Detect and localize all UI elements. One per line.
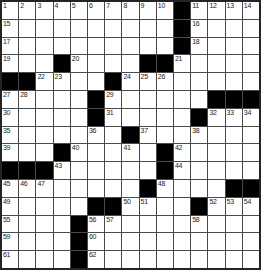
crossword-cell[interactable]: 35	[2, 127, 18, 144]
crossword-cell[interactable]	[71, 198, 87, 215]
crossword-cell[interactable]	[19, 144, 35, 161]
crossword-cell[interactable]	[226, 233, 242, 250]
crossword-cell[interactable]	[208, 38, 224, 55]
crossword-cell[interactable]: 48	[157, 180, 173, 197]
clue-number: 22	[37, 73, 44, 81]
crossword-cell[interactable]	[36, 38, 52, 55]
clue-number: 24	[123, 73, 130, 81]
black-square	[226, 91, 242, 108]
clue-number: 44	[175, 162, 182, 170]
crossword-cell[interactable]	[208, 20, 224, 37]
crossword-cell[interactable]: 16	[191, 20, 207, 37]
crossword-cell[interactable]	[191, 73, 207, 90]
crossword-cell[interactable]	[19, 216, 35, 233]
black-square	[2, 73, 18, 90]
crossword-cell[interactable]	[208, 233, 224, 250]
crossword-cell[interactable]	[226, 251, 242, 268]
crossword-cell[interactable]	[105, 20, 121, 37]
crossword-cell[interactable]	[243, 216, 259, 233]
crossword-cell[interactable]	[88, 73, 104, 90]
crossword-cell[interactable]: 25	[140, 73, 156, 90]
clue-number: 6	[89, 2, 93, 10]
crossword-cell[interactable]: 43	[54, 162, 70, 179]
crossword-cell[interactable]	[71, 91, 87, 108]
crossword-cell[interactable]	[226, 162, 242, 179]
crossword-cell[interactable]	[105, 127, 121, 144]
crossword-cell[interactable]	[54, 91, 70, 108]
crossword-cell[interactable]: 62	[88, 251, 104, 268]
clue-number: 27	[3, 91, 10, 99]
crossword-cell[interactable]: 4	[54, 2, 70, 19]
crossword-cell[interactable]	[174, 233, 190, 250]
crossword-cell[interactable]: 13	[226, 2, 242, 19]
crossword-cell[interactable]: 21	[174, 55, 190, 72]
crossword-cell[interactable]	[243, 38, 259, 55]
crossword-cell[interactable]	[208, 73, 224, 90]
crossword-cell[interactable]	[54, 127, 70, 144]
black-square	[191, 109, 207, 126]
crossword-cell[interactable]	[19, 198, 35, 215]
crossword-cell[interactable]	[226, 55, 242, 72]
crossword-cell[interactable]: 47	[36, 180, 52, 197]
crossword-cell[interactable]: 38	[191, 127, 207, 144]
clue-number: 54	[244, 198, 251, 206]
black-square	[19, 73, 35, 90]
crossword-cell[interactable]: 34	[243, 109, 259, 126]
black-square	[140, 180, 156, 197]
clue-number: 57	[106, 216, 113, 224]
crossword-puzzle: 1234567891011121314151617181920212223242…	[0, 0, 261, 270]
crossword-cell[interactable]	[174, 127, 190, 144]
clue-number: 33	[227, 109, 234, 117]
crossword-cell[interactable]	[174, 73, 190, 90]
crossword-cell[interactable]: 26	[157, 73, 173, 90]
crossword-cell[interactable]	[71, 162, 87, 179]
crossword-cell[interactable]: 15	[2, 20, 18, 37]
crossword-cell[interactable]	[122, 109, 138, 126]
crossword-cell[interactable]	[105, 162, 121, 179]
crossword-cell[interactable]	[208, 55, 224, 72]
clue-number: 60	[89, 233, 96, 241]
black-square	[243, 180, 259, 197]
clue-number: 56	[89, 216, 96, 224]
black-square	[174, 2, 190, 19]
crossword-cell[interactable]	[36, 20, 52, 37]
crossword-cell[interactable]	[54, 216, 70, 233]
crossword-cell[interactable]: 7	[105, 2, 121, 19]
clue-number: 9	[141, 2, 145, 10]
crossword-cell[interactable]	[54, 109, 70, 126]
crossword-cell[interactable]: 42	[174, 144, 190, 161]
crossword-cell[interactable]: 56	[88, 216, 104, 233]
clue-number: 15	[3, 20, 10, 28]
crossword-cell[interactable]: 52	[208, 198, 224, 215]
black-square	[157, 144, 173, 161]
crossword-cell[interactable]: 37	[140, 127, 156, 144]
crossword-cell[interactable]	[54, 20, 70, 37]
clue-number: 10	[158, 2, 165, 10]
crossword-cell[interactable]: 32	[208, 109, 224, 126]
black-square	[19, 162, 35, 179]
crossword-cell[interactable]: 45	[2, 180, 18, 197]
crossword-cell[interactable]	[208, 127, 224, 144]
crossword-cell[interactable]: 36	[88, 127, 104, 144]
clue-number: 4	[55, 2, 59, 10]
crossword-cell[interactable]	[122, 38, 138, 55]
crossword-cell[interactable]	[174, 91, 190, 108]
black-square	[174, 20, 190, 37]
clue-number: 21	[175, 55, 182, 63]
crossword-cell[interactable]	[105, 55, 121, 72]
crossword-cell[interactable]	[19, 38, 35, 55]
crossword-cell[interactable]	[140, 109, 156, 126]
black-square	[88, 91, 104, 108]
crossword-cell[interactable]: 3	[36, 2, 52, 19]
crossword-cell[interactable]	[36, 198, 52, 215]
clue-number: 13	[227, 2, 234, 10]
clue-number: 30	[3, 109, 10, 117]
crossword-cell[interactable]: 18	[191, 38, 207, 55]
crossword-cell[interactable]	[71, 73, 87, 90]
clue-number: 48	[158, 180, 165, 188]
crossword-cell[interactable]	[191, 55, 207, 72]
black-square	[71, 216, 87, 233]
crossword-cell[interactable]	[36, 216, 52, 233]
crossword-cell[interactable]	[122, 91, 138, 108]
crossword-cell[interactable]	[105, 180, 121, 197]
crossword-cell[interactable]: 58	[191, 216, 207, 233]
clue-number: 35	[3, 127, 10, 135]
crossword-cell[interactable]	[54, 198, 70, 215]
crossword-cell[interactable]	[36, 109, 52, 126]
crossword-cell[interactable]	[36, 233, 52, 250]
clue-number: 16	[192, 20, 199, 28]
crossword-cell[interactable]: 59	[2, 233, 18, 250]
clue-number: 46	[20, 180, 27, 188]
crossword-cell[interactable]	[36, 144, 52, 161]
crossword-cell[interactable]	[36, 55, 52, 72]
crossword-cell[interactable]	[88, 144, 104, 161]
crossword-cell[interactable]: 6	[88, 2, 104, 19]
crossword-cell[interactable]	[174, 180, 190, 197]
clue-number: 8	[123, 2, 127, 10]
crossword-cell[interactable]	[140, 233, 156, 250]
clue-number: 18	[192, 38, 199, 46]
clue-number: 59	[3, 233, 10, 241]
clue-number: 40	[72, 144, 79, 152]
clue-number: 45	[3, 180, 10, 188]
crossword-cell[interactable]	[54, 251, 70, 268]
crossword-cell[interactable]: 54	[243, 198, 259, 215]
crossword-cell[interactable]	[140, 162, 156, 179]
clue-number: 23	[55, 73, 62, 81]
black-square	[157, 162, 173, 179]
crossword-cell[interactable]	[157, 20, 173, 37]
black-square	[71, 233, 87, 250]
clue-number: 12	[209, 2, 216, 10]
crossword-cell[interactable]	[19, 20, 35, 37]
crossword-cell[interactable]	[36, 127, 52, 144]
crossword-cell[interactable]	[88, 162, 104, 179]
crossword-cell[interactable]: 40	[71, 144, 87, 161]
crossword-cell[interactable]	[71, 38, 87, 55]
crossword-cell[interactable]: 19	[2, 55, 18, 72]
crossword-cell[interactable]	[208, 180, 224, 197]
crossword-cell[interactable]: 44	[174, 162, 190, 179]
black-square	[88, 198, 104, 215]
clue-number: 1	[3, 2, 7, 10]
crossword-cell[interactable]	[71, 109, 87, 126]
black-square	[88, 109, 104, 126]
crossword-cell[interactable]	[140, 91, 156, 108]
clue-number: 49	[3, 198, 10, 206]
clue-number: 62	[89, 251, 96, 259]
crossword-cell[interactable]: 14	[243, 2, 259, 19]
black-square	[243, 91, 259, 108]
crossword-cell[interactable]	[243, 233, 259, 250]
clue-number: 2	[20, 2, 24, 10]
clue-number: 43	[55, 162, 62, 170]
crossword-cell[interactable]	[71, 180, 87, 197]
black-square	[54, 55, 70, 72]
crossword-cell[interactable]	[19, 55, 35, 72]
crossword-cell[interactable]	[174, 109, 190, 126]
crossword-cell[interactable]	[243, 55, 259, 72]
crossword-cell[interactable]	[226, 144, 242, 161]
crossword-cell[interactable]	[122, 251, 138, 268]
clue-number: 31	[106, 109, 113, 117]
crossword-cell[interactable]	[122, 233, 138, 250]
crossword-cell[interactable]	[208, 144, 224, 161]
crossword-cell[interactable]	[226, 127, 242, 144]
crossword-cell[interactable]: 31	[105, 109, 121, 126]
crossword-cell[interactable]: 60	[88, 233, 104, 250]
crossword-cell[interactable]: 53	[226, 198, 242, 215]
clue-number: 17	[3, 38, 10, 46]
crossword-cell[interactable]: 8	[122, 2, 138, 19]
crossword-cell[interactable]	[88, 180, 104, 197]
crossword-cell[interactable]	[157, 233, 173, 250]
crossword-cell[interactable]	[140, 20, 156, 37]
crossword-cell[interactable]	[243, 127, 259, 144]
black-square	[208, 91, 224, 108]
crossword-cell[interactable]	[174, 216, 190, 233]
crossword-cell[interactable]	[157, 127, 173, 144]
crossword-cell[interactable]: 23	[54, 73, 70, 90]
crossword-cell[interactable]	[243, 144, 259, 161]
clue-number: 14	[244, 2, 251, 10]
clue-number: 26	[158, 73, 165, 81]
crossword-cell[interactable]	[71, 20, 87, 37]
crossword-cell[interactable]	[19, 233, 35, 250]
black-square	[54, 144, 70, 161]
crossword-cell[interactable]: 11	[191, 2, 207, 19]
black-square	[140, 55, 156, 72]
crossword-cell[interactable]	[157, 109, 173, 126]
crossword-cell[interactable]: 46	[19, 180, 35, 197]
crossword-cell[interactable]	[54, 180, 70, 197]
crossword-cell[interactable]: 10	[157, 2, 173, 19]
crossword-cell[interactable]: 57	[105, 216, 121, 233]
crossword-cell[interactable]: 1	[2, 2, 18, 19]
clue-number: 52	[209, 198, 216, 206]
crossword-cell[interactable]: 12	[208, 2, 224, 19]
crossword-cell[interactable]: 29	[105, 91, 121, 108]
crossword-cell[interactable]	[157, 251, 173, 268]
crossword-cell[interactable]	[174, 198, 190, 215]
crossword-cell[interactable]	[191, 91, 207, 108]
clue-number: 53	[227, 198, 234, 206]
black-square	[226, 180, 242, 197]
crossword-cell[interactable]	[54, 38, 70, 55]
crossword-cell[interactable]	[88, 55, 104, 72]
clue-number: 61	[3, 251, 10, 259]
crossword-cell[interactable]: 22	[36, 73, 52, 90]
crossword-cell[interactable]	[105, 38, 121, 55]
crossword-cell[interactable]	[174, 251, 190, 268]
black-square	[174, 38, 190, 55]
crossword-cell[interactable]: 41	[122, 144, 138, 161]
crossword-cell[interactable]	[36, 91, 52, 108]
crossword-cell[interactable]	[140, 144, 156, 161]
clue-number: 28	[20, 91, 27, 99]
crossword-cell[interactable]	[140, 38, 156, 55]
clue-number: 39	[3, 144, 10, 152]
black-square	[191, 198, 207, 215]
black-square	[36, 162, 52, 179]
crossword-cell[interactable]: 2	[19, 2, 35, 19]
crossword-grid: 1234567891011121314151617181920212223242…	[0, 0, 261, 270]
crossword-cell[interactable]	[191, 144, 207, 161]
black-square	[2, 162, 18, 179]
crossword-cell[interactable]	[88, 20, 104, 37]
crossword-cell[interactable]: 55	[2, 216, 18, 233]
crossword-cell[interactable]	[157, 91, 173, 108]
clue-number: 20	[72, 55, 79, 63]
crossword-cell[interactable]	[19, 251, 35, 268]
clue-number: 25	[141, 73, 148, 81]
crossword-cell[interactable]	[140, 251, 156, 268]
crossword-cell[interactable]	[122, 20, 138, 37]
clue-number: 42	[175, 144, 182, 152]
crossword-cell[interactable]	[243, 251, 259, 268]
crossword-cell[interactable]: 9	[140, 2, 156, 19]
crossword-cell[interactable]	[122, 180, 138, 197]
clue-number: 34	[244, 109, 251, 117]
crossword-cell[interactable]	[105, 144, 121, 161]
crossword-cell[interactable]	[140, 216, 156, 233]
crossword-cell[interactable]	[226, 38, 242, 55]
crossword-cell[interactable]	[191, 162, 207, 179]
black-square	[71, 251, 87, 268]
crossword-cell[interactable]	[191, 251, 207, 268]
crossword-cell[interactable]	[122, 216, 138, 233]
crossword-cell[interactable]: 33	[226, 109, 242, 126]
crossword-cell[interactable]: 30	[2, 109, 18, 126]
crossword-cell[interactable]: 61	[2, 251, 18, 268]
clue-number: 11	[192, 2, 199, 10]
black-square	[122, 127, 138, 144]
black-square	[105, 198, 121, 215]
crossword-cell[interactable]	[208, 162, 224, 179]
clue-number: 51	[141, 198, 148, 206]
clue-number: 37	[141, 127, 148, 135]
crossword-cell[interactable]	[226, 216, 242, 233]
crossword-cell[interactable]	[208, 251, 224, 268]
clue-number: 3	[37, 2, 41, 10]
crossword-cell[interactable]	[191, 233, 207, 250]
crossword-cell[interactable]	[105, 233, 121, 250]
crossword-cell[interactable]	[243, 73, 259, 90]
crossword-cell[interactable]: 28	[19, 91, 35, 108]
clue-number: 47	[37, 180, 44, 188]
clue-number: 29	[106, 91, 113, 99]
crossword-cell[interactable]	[122, 55, 138, 72]
clue-number: 41	[123, 144, 130, 152]
crossword-cell[interactable]	[243, 20, 259, 37]
crossword-cell[interactable]	[157, 198, 173, 215]
crossword-cell[interactable]	[157, 216, 173, 233]
clue-number: 19	[3, 55, 10, 63]
crossword-cell[interactable]	[122, 162, 138, 179]
clue-number: 5	[72, 2, 76, 10]
clue-number: 55	[3, 216, 10, 224]
crossword-cell[interactable]: 39	[2, 144, 18, 161]
clue-number: 32	[209, 109, 216, 117]
crossword-cell[interactable]	[54, 233, 70, 250]
crossword-cell[interactable]: 50	[122, 198, 138, 215]
crossword-cell[interactable]: 27	[2, 91, 18, 108]
clue-number: 7	[106, 2, 110, 10]
clue-number: 50	[123, 198, 130, 206]
crossword-cell[interactable]	[243, 162, 259, 179]
crossword-cell[interactable]	[88, 38, 104, 55]
crossword-cell[interactable]: 24	[122, 73, 138, 90]
crossword-cell[interactable]	[226, 20, 242, 37]
clue-number: 38	[192, 127, 199, 135]
clue-number: 58	[192, 216, 199, 224]
crossword-cell[interactable]	[208, 216, 224, 233]
crossword-cell[interactable]	[36, 251, 52, 268]
crossword-cell[interactable]	[226, 73, 242, 90]
black-square	[157, 55, 173, 72]
crossword-cell[interactable]	[105, 251, 121, 268]
clue-number: 36	[89, 127, 96, 135]
crossword-cell[interactable]	[71, 127, 87, 144]
crossword-cell[interactable]	[157, 38, 173, 55]
crossword-cell[interactable]: 5	[71, 2, 87, 19]
black-square	[105, 73, 121, 90]
crossword-cell[interactable]: 51	[140, 198, 156, 215]
crossword-cell[interactable]	[19, 109, 35, 126]
crossword-cell[interactable]	[191, 180, 207, 197]
crossword-cell[interactable]: 20	[71, 55, 87, 72]
crossword-cell[interactable]	[19, 127, 35, 144]
crossword-cell[interactable]: 49	[2, 198, 18, 215]
crossword-cell[interactable]: 17	[2, 38, 18, 55]
